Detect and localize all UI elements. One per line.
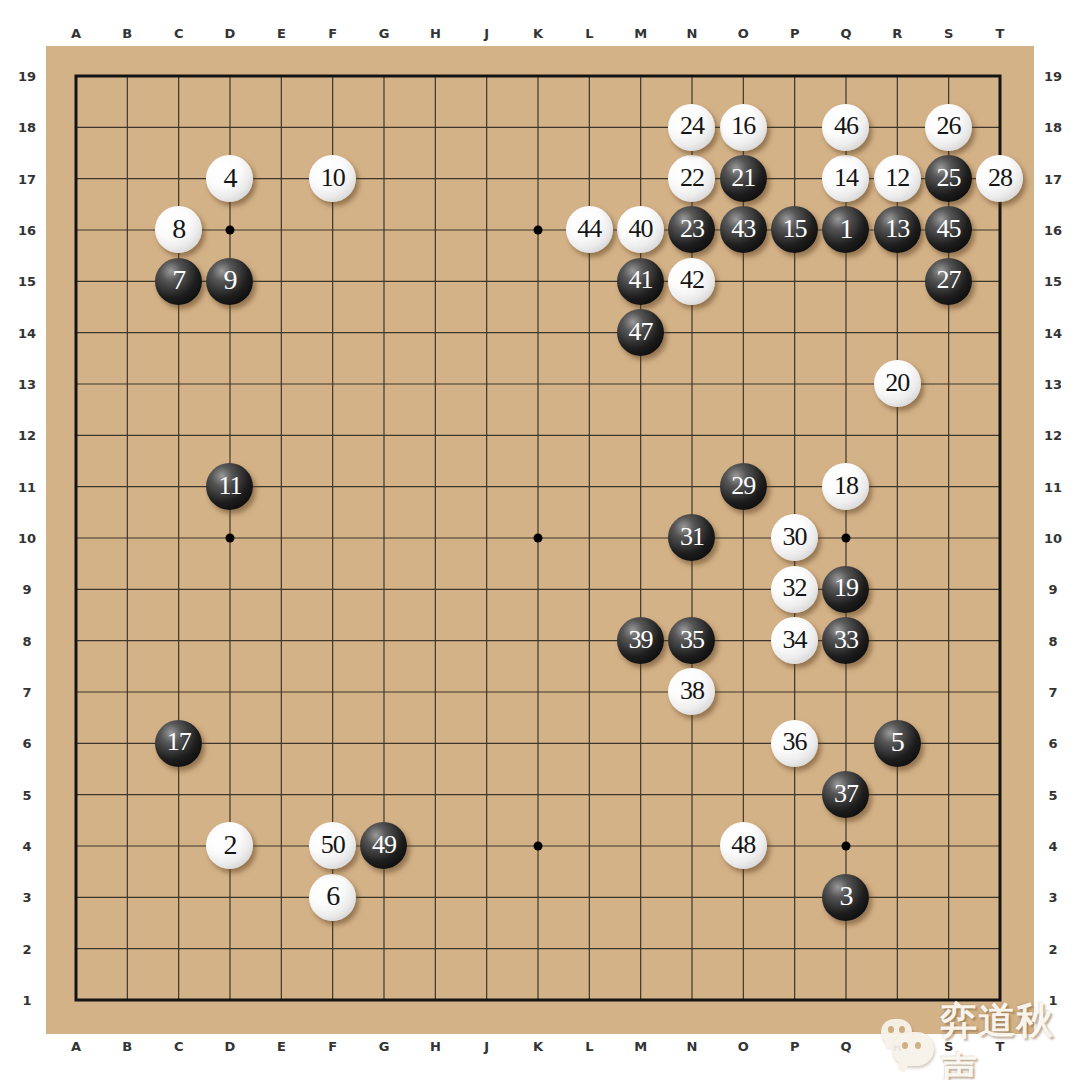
row-label-right-15: 15: [1044, 274, 1062, 289]
stone-white-M16: 40: [617, 206, 664, 253]
row-label-left-8: 8: [22, 633, 31, 648]
stone-white-P10: 30: [771, 514, 818, 561]
row-label-left-4: 4: [22, 838, 31, 853]
watermark-text: 弈道秋声: [940, 996, 1080, 1080]
col-label-bottom-M: M: [634, 1039, 647, 1054]
move-number: 16: [731, 113, 755, 139]
stone-black-M14: 47: [617, 309, 664, 356]
move-number: 25: [937, 165, 961, 191]
move-number: 7: [172, 266, 185, 294]
move-number: 11: [218, 473, 241, 499]
move-number: 19: [834, 575, 858, 601]
move-number: 45: [937, 216, 961, 242]
move-number: 20: [885, 370, 909, 396]
row-label-left-13: 13: [18, 376, 36, 391]
col-label-top-C: C: [174, 26, 184, 41]
move-number: 15: [783, 216, 807, 242]
move-number: 37: [834, 781, 858, 807]
move-number: 33: [834, 627, 858, 653]
row-label-left-7: 7: [22, 684, 31, 699]
move-number: 18: [834, 473, 858, 499]
move-number: 5: [891, 728, 904, 756]
row-label-right-5: 5: [1048, 787, 1057, 802]
row-label-left-18: 18: [18, 120, 36, 135]
move-number: 48: [731, 832, 755, 858]
col-label-bottom-N: N: [687, 1039, 698, 1054]
move-number: 2: [223, 831, 236, 859]
row-label-right-11: 11: [1044, 479, 1062, 494]
move-number: 12: [885, 165, 909, 191]
row-label-left-17: 17: [18, 171, 36, 186]
col-label-bottom-L: L: [585, 1039, 593, 1054]
stone-black-Q5: 37: [822, 771, 869, 818]
move-number: 31: [680, 524, 704, 550]
col-label-bottom-Q: Q: [840, 1039, 851, 1054]
go-diagram-page: 1234567891011121314151617181920212223242…: [0, 0, 1080, 1080]
col-label-bottom-E: E: [277, 1039, 286, 1054]
col-label-top-R: R: [892, 26, 902, 41]
move-number: 40: [629, 216, 653, 242]
col-label-top-G: G: [379, 26, 390, 41]
col-label-top-O: O: [738, 26, 749, 41]
move-number: 21: [731, 165, 755, 191]
stone-black-M8: 39: [617, 617, 664, 664]
stone-white-D17: 4: [206, 155, 253, 202]
move-number: 49: [372, 832, 396, 858]
row-label-right-17: 17: [1044, 171, 1062, 186]
stone-black-R16: 13: [874, 206, 921, 253]
move-number: 35: [680, 627, 704, 653]
col-label-bottom-C: C: [174, 1039, 184, 1054]
move-number: 10: [321, 165, 345, 191]
stone-black-P16: 15: [771, 206, 818, 253]
move-number: 27: [937, 267, 961, 293]
row-label-left-12: 12: [18, 428, 36, 443]
col-label-bottom-F: F: [328, 1039, 337, 1054]
stone-black-Q16: 1: [822, 206, 869, 253]
move-number: 6: [326, 882, 339, 910]
row-label-left-16: 16: [18, 222, 36, 237]
stone-black-M15: 41: [617, 258, 664, 305]
row-label-right-16: 16: [1044, 222, 1062, 237]
move-number: 46: [834, 113, 858, 139]
move-number: 43: [731, 216, 755, 242]
stone-black-S15: 27: [925, 258, 972, 305]
row-label-left-2: 2: [22, 941, 31, 956]
stones-grid: 1234567891011121314151617181920212223242…: [50, 50, 1025, 1025]
move-number: 9: [223, 266, 236, 294]
stone-black-D15: 9: [206, 258, 253, 305]
watermark: 弈道秋声: [876, 996, 1080, 1080]
stone-white-T17: 28: [976, 155, 1023, 202]
row-label-right-6: 6: [1048, 736, 1057, 751]
stone-white-C16: 8: [155, 206, 202, 253]
col-label-top-A: A: [71, 26, 81, 41]
col-label-top-J: J: [484, 26, 489, 41]
stone-black-D11: 11: [206, 463, 253, 510]
col-label-top-D: D: [225, 26, 236, 41]
col-label-top-B: B: [122, 26, 132, 41]
col-label-top-S: S: [944, 26, 953, 41]
row-label-right-19: 19: [1044, 69, 1062, 84]
col-label-bottom-K: K: [533, 1039, 543, 1054]
stone-white-O4: 48: [720, 822, 767, 869]
stone-white-P9: 32: [771, 566, 818, 613]
stone-black-S17: 25: [925, 155, 972, 202]
row-label-left-19: 19: [18, 69, 36, 84]
move-number: 30: [783, 524, 807, 550]
row-label-left-5: 5: [22, 787, 31, 802]
move-number: 34: [783, 627, 807, 653]
stone-black-G4: 49: [360, 822, 407, 869]
row-label-left-14: 14: [18, 325, 36, 340]
stone-white-F4: 50: [309, 822, 356, 869]
row-label-right-14: 14: [1044, 325, 1062, 340]
col-label-top-P: P: [790, 26, 800, 41]
move-number: 50: [321, 832, 345, 858]
move-number: 17: [167, 729, 191, 755]
stone-black-S16: 45: [925, 206, 972, 253]
stone-white-Q17: 14: [822, 155, 869, 202]
go-board: 1234567891011121314151617181920212223242…: [46, 46, 1034, 1034]
col-label-bottom-H: H: [430, 1039, 441, 1054]
stone-white-N15: 42: [668, 258, 715, 305]
row-label-right-18: 18: [1044, 120, 1062, 135]
col-label-top-N: N: [687, 26, 698, 41]
row-label-left-15: 15: [18, 274, 36, 289]
move-number: 22: [680, 165, 704, 191]
move-number: 3: [839, 882, 852, 910]
move-number: 42: [680, 267, 704, 293]
stone-white-N17: 22: [668, 155, 715, 202]
col-label-top-F: F: [328, 26, 337, 41]
move-number: 36: [783, 729, 807, 755]
move-number: 14: [834, 165, 858, 191]
row-label-right-10: 10: [1044, 530, 1062, 545]
move-number: 13: [885, 216, 909, 242]
stone-white-R13: 20: [874, 360, 921, 407]
stone-black-N16: 23: [668, 206, 715, 253]
col-label-top-L: L: [585, 26, 593, 41]
move-number: 28: [988, 165, 1012, 191]
row-label-right-2: 2: [1048, 941, 1057, 956]
col-label-bottom-O: O: [738, 1039, 749, 1054]
stone-white-O18: 16: [720, 104, 767, 151]
stone-white-N7: 38: [668, 668, 715, 715]
col-label-bottom-D: D: [225, 1039, 236, 1054]
stone-white-R17: 12: [874, 155, 921, 202]
move-number: 29: [731, 473, 755, 499]
move-number: 41: [629, 267, 653, 293]
move-number: 39: [629, 627, 653, 653]
row-label-left-1: 1: [22, 992, 31, 1007]
stone-white-F3: 6: [309, 874, 356, 921]
stone-white-Q18: 46: [822, 104, 869, 151]
col-label-bottom-G: G: [379, 1039, 390, 1054]
row-label-left-9: 9: [22, 582, 31, 597]
stone-white-S18: 26: [925, 104, 972, 151]
col-label-top-Q: Q: [840, 26, 851, 41]
row-label-right-12: 12: [1044, 428, 1062, 443]
stone-black-N8: 35: [668, 617, 715, 664]
row-label-right-7: 7: [1048, 684, 1057, 699]
row-label-right-9: 9: [1048, 582, 1057, 597]
col-label-bottom-P: P: [790, 1039, 800, 1054]
move-number: 4: [223, 164, 236, 192]
wechat-bubble-big: [892, 1032, 934, 1066]
row-label-right-8: 8: [1048, 633, 1057, 648]
col-label-top-H: H: [430, 26, 441, 41]
col-label-bottom-B: B: [122, 1039, 132, 1054]
row-label-right-13: 13: [1044, 376, 1062, 391]
stone-white-P6: 36: [771, 720, 818, 767]
move-number: 24: [680, 113, 704, 139]
stone-white-N18: 24: [668, 104, 715, 151]
row-label-left-3: 3: [22, 890, 31, 905]
move-number: 8: [172, 215, 185, 243]
move-number: 32: [783, 575, 807, 601]
stone-black-O11: 29: [720, 463, 767, 510]
stone-black-Q9: 19: [822, 566, 869, 613]
stone-black-N10: 31: [668, 514, 715, 561]
wechat-icon: [876, 1017, 936, 1075]
col-label-top-E: E: [277, 26, 286, 41]
stone-black-C6: 17: [155, 720, 202, 767]
stone-white-L16: 44: [566, 206, 613, 253]
move-number: 1: [839, 215, 852, 243]
move-number: 44: [577, 216, 601, 242]
stone-white-F17: 10: [309, 155, 356, 202]
row-label-right-4: 4: [1048, 838, 1057, 853]
col-label-top-M: M: [634, 26, 647, 41]
stone-white-Q11: 18: [822, 463, 869, 510]
col-label-top-T: T: [996, 26, 1005, 41]
stone-black-Q3: 3: [822, 874, 869, 921]
row-label-right-3: 3: [1048, 890, 1057, 905]
move-number: 38: [680, 678, 704, 704]
move-number: 23: [680, 216, 704, 242]
row-label-left-10: 10: [18, 530, 36, 545]
stone-black-Q8: 33: [822, 617, 869, 664]
row-label-left-11: 11: [18, 479, 36, 494]
row-label-left-6: 6: [22, 736, 31, 751]
stone-white-D4: 2: [206, 822, 253, 869]
stone-black-O16: 43: [720, 206, 767, 253]
stone-white-P8: 34: [771, 617, 818, 664]
move-number: 47: [629, 319, 653, 345]
col-label-bottom-A: A: [71, 1039, 81, 1054]
stone-black-C15: 7: [155, 258, 202, 305]
move-number: 26: [937, 113, 961, 139]
col-label-top-K: K: [533, 26, 543, 41]
stone-black-O17: 21: [720, 155, 767, 202]
col-label-bottom-J: J: [484, 1039, 489, 1054]
stone-black-R6: 5: [874, 720, 921, 767]
